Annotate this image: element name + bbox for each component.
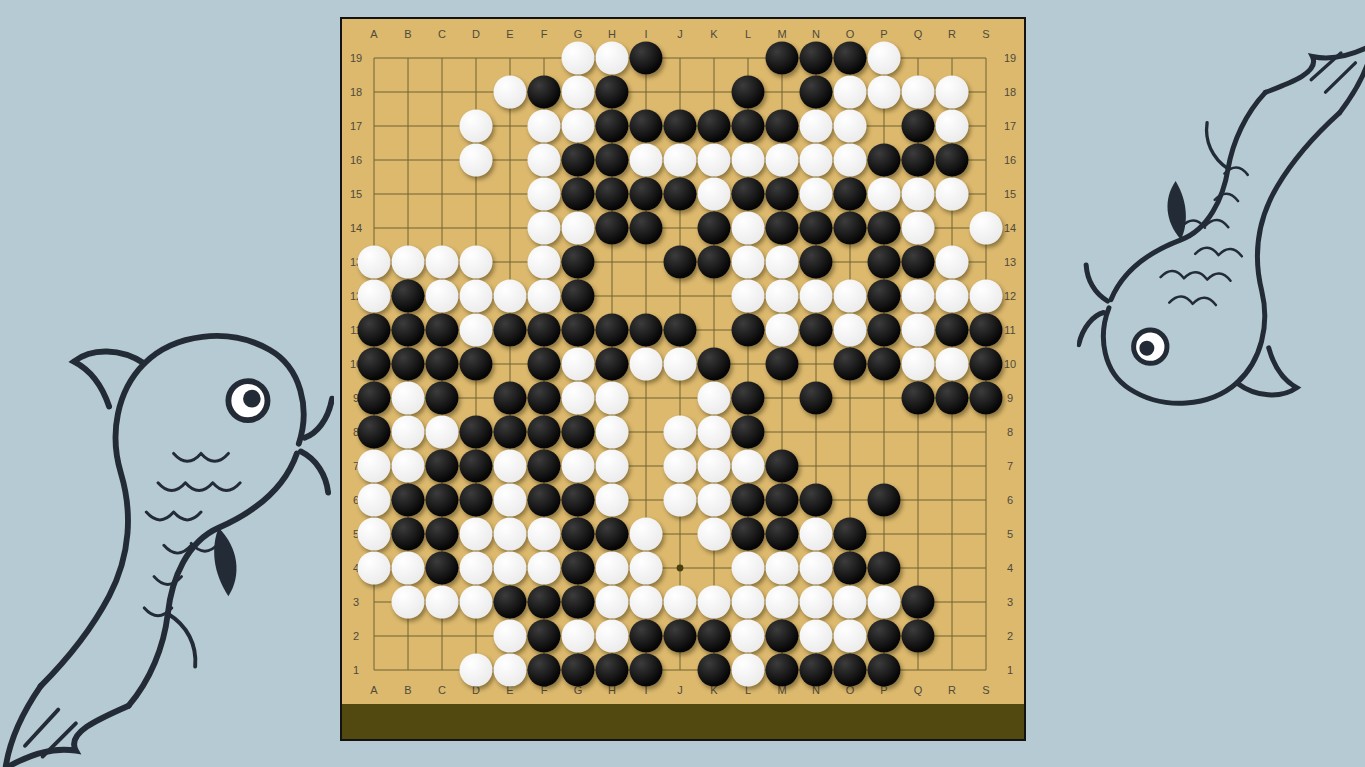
white-stone-Q12[interactable] (902, 280, 935, 313)
black-stone-Q13[interactable] (902, 246, 935, 279)
black-stone-M14[interactable] (766, 212, 799, 245)
white-stone-P19[interactable] (868, 42, 901, 75)
white-stone-D11[interactable] (460, 314, 493, 347)
black-stone-K14[interactable] (698, 212, 731, 245)
black-stone-K1[interactable] (698, 654, 731, 687)
black-stone-B5[interactable] (392, 518, 425, 551)
black-stone-B10[interactable] (392, 348, 425, 381)
black-stone-J13[interactable] (664, 246, 697, 279)
black-stone-I11[interactable] (630, 314, 663, 347)
koi-fin (1166, 181, 1188, 240)
white-stone-E2[interactable] (494, 620, 527, 653)
black-stone-I17[interactable] (630, 110, 663, 143)
white-stone-H8[interactable] (596, 416, 629, 449)
white-stone-F14[interactable] (528, 212, 561, 245)
white-stone-F13[interactable] (528, 246, 561, 279)
white-stone-D5[interactable] (460, 518, 493, 551)
black-stone-I19[interactable] (630, 42, 663, 75)
black-stone-A10[interactable] (358, 348, 391, 381)
white-stone-F17[interactable] (528, 110, 561, 143)
white-stone-L1[interactable] (732, 654, 765, 687)
black-stone-O4[interactable] (834, 552, 867, 585)
black-stone-E8[interactable] (494, 416, 527, 449)
black-stone-J15[interactable] (664, 178, 697, 211)
white-stone-J8[interactable] (664, 416, 697, 449)
white-stone-G14[interactable] (562, 212, 595, 245)
white-stone-R17[interactable] (936, 110, 969, 143)
white-stone-N17[interactable] (800, 110, 833, 143)
white-stone-F5[interactable] (528, 518, 561, 551)
black-stone-F7[interactable] (528, 450, 561, 483)
koi-whisker (301, 451, 328, 492)
black-stone-Q9[interactable] (902, 382, 935, 415)
white-stone-J3[interactable] (664, 586, 697, 619)
black-stone-F18[interactable] (528, 76, 561, 109)
page-background: AABBCCDDEEFFGGHHIIJJKKLLMMNNOOPPQQRRSS19… (0, 0, 1365, 767)
white-stone-D12[interactable] (460, 280, 493, 313)
white-stone-S12[interactable] (970, 280, 1003, 313)
white-stone-N3[interactable] (800, 586, 833, 619)
white-stone-R18[interactable] (936, 76, 969, 109)
black-stone-M15[interactable] (766, 178, 799, 211)
white-stone-G10[interactable] (562, 348, 595, 381)
black-stone-B6[interactable] (392, 484, 425, 517)
black-stone-C10[interactable] (426, 348, 459, 381)
black-stone-H16[interactable] (596, 144, 629, 177)
white-stone-G19[interactable] (562, 42, 595, 75)
white-stone-C12[interactable] (426, 280, 459, 313)
black-stone-L11[interactable] (732, 314, 765, 347)
white-stone-H6[interactable] (596, 484, 629, 517)
white-stone-H7[interactable] (596, 450, 629, 483)
white-stone-B3[interactable] (392, 586, 425, 619)
white-stone-A5[interactable] (358, 518, 391, 551)
goban[interactable]: AABBCCDDEEFFGGHHIIJJKKLLMMNNOOPPQQRRSS19… (340, 17, 1026, 741)
black-stone-F11[interactable] (528, 314, 561, 347)
white-stone-Q15[interactable] (902, 178, 935, 211)
black-stone-C9[interactable] (426, 382, 459, 415)
black-stone-Q17[interactable] (902, 110, 935, 143)
black-stone-F8[interactable] (528, 416, 561, 449)
white-stone-Q11[interactable] (902, 314, 935, 347)
black-stone-O14[interactable] (834, 212, 867, 245)
white-stone-K8[interactable] (698, 416, 731, 449)
black-stone-H11[interactable] (596, 314, 629, 347)
black-stone-D10[interactable] (460, 348, 493, 381)
black-stone-P10[interactable] (868, 348, 901, 381)
white-stone-M4[interactable] (766, 552, 799, 585)
white-stone-E4[interactable] (494, 552, 527, 585)
koi-fish-left-decoration (0, 252, 334, 767)
koi-pupil (243, 390, 261, 408)
white-stone-R13[interactable] (936, 246, 969, 279)
black-stone-G16[interactable] (562, 144, 595, 177)
white-stone-K6[interactable] (698, 484, 731, 517)
white-stone-E7[interactable] (494, 450, 527, 483)
white-stone-B8[interactable] (392, 416, 425, 449)
black-stone-F2[interactable] (528, 620, 561, 653)
white-stone-O17[interactable] (834, 110, 867, 143)
white-stone-H19[interactable] (596, 42, 629, 75)
black-stone-H5[interactable] (596, 518, 629, 551)
white-stone-J16[interactable] (664, 144, 697, 177)
white-stone-I5[interactable] (630, 518, 663, 551)
white-stone-K3[interactable] (698, 586, 731, 619)
black-stone-P16[interactable] (868, 144, 901, 177)
white-stone-O3[interactable] (834, 586, 867, 619)
white-stone-G18[interactable] (562, 76, 595, 109)
black-stone-O1[interactable] (834, 654, 867, 687)
black-stone-F1[interactable] (528, 654, 561, 687)
white-stone-A7[interactable] (358, 450, 391, 483)
black-stone-C7[interactable] (426, 450, 459, 483)
black-stone-O15[interactable] (834, 178, 867, 211)
black-stone-D7[interactable] (460, 450, 493, 483)
white-stone-K16[interactable] (698, 144, 731, 177)
white-stone-L3[interactable] (732, 586, 765, 619)
black-stone-N14[interactable] (800, 212, 833, 245)
black-stone-A8[interactable] (358, 416, 391, 449)
black-stone-K17[interactable] (698, 110, 731, 143)
black-stone-G5[interactable] (562, 518, 595, 551)
black-stone-E3[interactable] (494, 586, 527, 619)
black-stone-P2[interactable] (868, 620, 901, 653)
black-stone-N19[interactable] (800, 42, 833, 75)
black-stone-P6[interactable] (868, 484, 901, 517)
white-stone-O12[interactable] (834, 280, 867, 313)
black-stone-I15[interactable] (630, 178, 663, 211)
koi-pupil (1139, 340, 1155, 356)
black-stone-R9[interactable] (936, 382, 969, 415)
black-stone-K2[interactable] (698, 620, 731, 653)
black-stone-H1[interactable] (596, 654, 629, 687)
black-stone-M10[interactable] (766, 348, 799, 381)
white-stone-A6[interactable] (358, 484, 391, 517)
black-stone-D8[interactable] (460, 416, 493, 449)
white-stone-M3[interactable] (766, 586, 799, 619)
white-stone-I16[interactable] (630, 144, 663, 177)
white-stone-D13[interactable] (460, 246, 493, 279)
black-stone-R16[interactable] (936, 144, 969, 177)
white-stone-B7[interactable] (392, 450, 425, 483)
black-stone-C4[interactable] (426, 552, 459, 585)
black-stone-C11[interactable] (426, 314, 459, 347)
white-stone-D16[interactable] (460, 144, 493, 177)
black-stone-D6[interactable] (460, 484, 493, 517)
white-stone-Q14[interactable] (902, 212, 935, 245)
white-stone-D1[interactable] (460, 654, 493, 687)
white-stone-M13[interactable] (766, 246, 799, 279)
black-stone-F3[interactable] (528, 586, 561, 619)
white-stone-O18[interactable] (834, 76, 867, 109)
black-stone-F9[interactable] (528, 382, 561, 415)
white-stone-S14[interactable] (970, 212, 1003, 245)
black-stone-P1[interactable] (868, 654, 901, 687)
black-stone-F6[interactable] (528, 484, 561, 517)
black-stone-O19[interactable] (834, 42, 867, 75)
white-stone-L13[interactable] (732, 246, 765, 279)
black-stone-S9[interactable] (970, 382, 1003, 415)
black-stone-G3[interactable] (562, 586, 595, 619)
white-stone-N5[interactable] (800, 518, 833, 551)
black-stone-I14[interactable] (630, 212, 663, 245)
white-stone-P18[interactable] (868, 76, 901, 109)
black-stone-E11[interactable] (494, 314, 527, 347)
white-stone-O11[interactable] (834, 314, 867, 347)
white-stone-L7[interactable] (732, 450, 765, 483)
white-stone-D17[interactable] (460, 110, 493, 143)
black-stone-M19[interactable] (766, 42, 799, 75)
black-stone-N6[interactable] (800, 484, 833, 517)
white-stone-G7[interactable] (562, 450, 595, 483)
white-stone-H2[interactable] (596, 620, 629, 653)
black-stone-L15[interactable] (732, 178, 765, 211)
white-stone-J6[interactable] (664, 484, 697, 517)
black-stone-G15[interactable] (562, 178, 595, 211)
black-stone-G12[interactable] (562, 280, 595, 313)
black-stone-L8[interactable] (732, 416, 765, 449)
black-stone-N11[interactable] (800, 314, 833, 347)
white-stone-I3[interactable] (630, 586, 663, 619)
black-stone-L17[interactable] (732, 110, 765, 143)
black-stone-G8[interactable] (562, 416, 595, 449)
black-stone-N13[interactable] (800, 246, 833, 279)
black-stone-M5[interactable] (766, 518, 799, 551)
black-stone-N1[interactable] (800, 654, 833, 687)
black-stone-J11[interactable] (664, 314, 697, 347)
black-stone-G11[interactable] (562, 314, 595, 347)
black-stone-P12[interactable] (868, 280, 901, 313)
white-stone-K9[interactable] (698, 382, 731, 415)
white-stone-G9[interactable] (562, 382, 595, 415)
white-stone-B9[interactable] (392, 382, 425, 415)
white-stone-E1[interactable] (494, 654, 527, 687)
white-stone-L4[interactable] (732, 552, 765, 585)
white-stone-O16[interactable] (834, 144, 867, 177)
black-stone-G6[interactable] (562, 484, 595, 517)
black-stone-H17[interactable] (596, 110, 629, 143)
white-stone-P15[interactable] (868, 178, 901, 211)
black-stone-G13[interactable] (562, 246, 595, 279)
black-stone-J2[interactable] (664, 620, 697, 653)
white-stone-L16[interactable] (732, 144, 765, 177)
white-stone-H3[interactable] (596, 586, 629, 619)
black-stone-I2[interactable] (630, 620, 663, 653)
white-stone-E12[interactable] (494, 280, 527, 313)
black-stone-M6[interactable] (766, 484, 799, 517)
black-stone-H14[interactable] (596, 212, 629, 245)
black-stone-S11[interactable] (970, 314, 1003, 347)
white-stone-E5[interactable] (494, 518, 527, 551)
white-stone-E18[interactable] (494, 76, 527, 109)
white-stone-N12[interactable] (800, 280, 833, 313)
white-stone-H4[interactable] (596, 552, 629, 585)
white-stone-O2[interactable] (834, 620, 867, 653)
white-stone-C3[interactable] (426, 586, 459, 619)
white-stone-D4[interactable] (460, 552, 493, 585)
white-stone-G2[interactable] (562, 620, 595, 653)
white-stone-M12[interactable] (766, 280, 799, 313)
black-stone-M1[interactable] (766, 654, 799, 687)
white-stone-C8[interactable] (426, 416, 459, 449)
black-stone-O10[interactable] (834, 348, 867, 381)
black-stone-E9[interactable] (494, 382, 527, 415)
white-stone-L2[interactable] (732, 620, 765, 653)
black-stone-P11[interactable] (868, 314, 901, 347)
white-stone-L14[interactable] (732, 212, 765, 245)
white-stone-N16[interactable] (800, 144, 833, 177)
white-stone-K7[interactable] (698, 450, 731, 483)
black-stone-K13[interactable] (698, 246, 731, 279)
black-stone-L18[interactable] (732, 76, 765, 109)
koi-eye (1133, 329, 1168, 364)
black-stone-M2[interactable] (766, 620, 799, 653)
white-stone-R10[interactable] (936, 348, 969, 381)
black-stone-P13[interactable] (868, 246, 901, 279)
black-stone-M7[interactable] (766, 450, 799, 483)
black-stone-A9[interactable] (358, 382, 391, 415)
black-stone-P14[interactable] (868, 212, 901, 245)
white-stone-F4[interactable] (528, 552, 561, 585)
white-stone-P3[interactable] (868, 586, 901, 619)
white-stone-H9[interactable] (596, 382, 629, 415)
koi-fish-right-decoration (1068, 0, 1365, 532)
black-stone-A11[interactable] (358, 314, 391, 347)
black-stone-Q3[interactable] (902, 586, 935, 619)
white-stone-M11[interactable] (766, 314, 799, 347)
koi-whisker (305, 399, 332, 438)
black-stone-S10[interactable] (970, 348, 1003, 381)
black-stone-B12[interactable] (392, 280, 425, 313)
black-stone-L9[interactable] (732, 382, 765, 415)
black-stone-G4[interactable] (562, 552, 595, 585)
black-stone-I1[interactable] (630, 654, 663, 687)
white-stone-F16[interactable] (528, 144, 561, 177)
white-stone-Q10[interactable] (902, 348, 935, 381)
white-stone-R15[interactable] (936, 178, 969, 211)
black-stone-G1[interactable] (562, 654, 595, 687)
black-stone-B11[interactable] (392, 314, 425, 347)
white-stone-J7[interactable] (664, 450, 697, 483)
black-stone-P4[interactable] (868, 552, 901, 585)
black-stone-Q2[interactable] (902, 620, 935, 653)
white-stone-R12[interactable] (936, 280, 969, 313)
black-stone-Q16[interactable] (902, 144, 935, 177)
black-stone-C5[interactable] (426, 518, 459, 551)
white-stone-I4[interactable] (630, 552, 663, 585)
white-stone-A13[interactable] (358, 246, 391, 279)
white-stone-I10[interactable] (630, 348, 663, 381)
black-stone-H18[interactable] (596, 76, 629, 109)
white-stone-A4[interactable] (358, 552, 391, 585)
black-stone-N9[interactable] (800, 382, 833, 415)
black-stone-L6[interactable] (732, 484, 765, 517)
white-stone-C13[interactable] (426, 246, 459, 279)
black-stone-H10[interactable] (596, 348, 629, 381)
white-stone-F15[interactable] (528, 178, 561, 211)
white-stone-N2[interactable] (800, 620, 833, 653)
white-stone-N15[interactable] (800, 178, 833, 211)
black-stone-M17[interactable] (766, 110, 799, 143)
black-stone-F10[interactable] (528, 348, 561, 381)
white-stone-F12[interactable] (528, 280, 561, 313)
black-stone-H15[interactable] (596, 178, 629, 211)
white-stone-K5[interactable] (698, 518, 731, 551)
white-stone-J10[interactable] (664, 348, 697, 381)
black-stone-O5[interactable] (834, 518, 867, 551)
koi-eye (228, 381, 267, 420)
white-stone-M16[interactable] (766, 144, 799, 177)
white-stone-K15[interactable] (698, 178, 731, 211)
stones-layer (342, 19, 1024, 739)
black-stone-N18[interactable] (800, 76, 833, 109)
black-stone-C6[interactable] (426, 484, 459, 517)
white-stone-A12[interactable] (358, 280, 391, 313)
white-stone-D3[interactable] (460, 586, 493, 619)
black-stone-J17[interactable] (664, 110, 697, 143)
black-stone-L5[interactable] (732, 518, 765, 551)
white-stone-B13[interactable] (392, 246, 425, 279)
black-stone-R11[interactable] (936, 314, 969, 347)
white-stone-B4[interactable] (392, 552, 425, 585)
white-stone-L12[interactable] (732, 280, 765, 313)
white-stone-Q18[interactable] (902, 76, 935, 109)
white-stone-G17[interactable] (562, 110, 595, 143)
koi-fin (214, 528, 236, 596)
black-stone-K10[interactable] (698, 348, 731, 381)
white-stone-E6[interactable] (494, 484, 527, 517)
white-stone-N4[interactable] (800, 552, 833, 585)
